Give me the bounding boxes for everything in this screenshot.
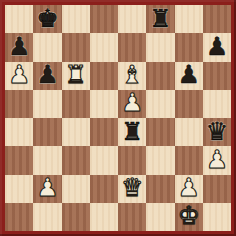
- piece-black-rook[interactable]: ♜: [121, 119, 143, 144]
- square-g6[interactable]: ♟: [175, 62, 203, 90]
- piece-white-pawn[interactable]: ♟: [36, 175, 58, 200]
- square-d3[interactable]: [90, 146, 118, 174]
- square-b3[interactable]: [33, 146, 61, 174]
- square-f6[interactable]: [146, 62, 174, 90]
- square-c4[interactable]: [62, 118, 90, 146]
- square-e6[interactable]: ♝: [118, 62, 146, 90]
- square-a8[interactable]: [5, 5, 33, 33]
- square-a6[interactable]: ♟: [5, 62, 33, 90]
- chess-board-frame: ♚♜♟♟♟♟♜♝♟♟♜♛♟♟♛♟♚: [0, 0, 236, 236]
- square-h3[interactable]: ♟: [203, 146, 231, 174]
- piece-white-king[interactable]: ♚: [177, 203, 199, 228]
- square-b5[interactable]: [33, 90, 61, 118]
- piece-black-rook[interactable]: ♜: [149, 6, 171, 31]
- square-a1[interactable]: [5, 203, 33, 231]
- square-b1[interactable]: [33, 203, 61, 231]
- square-g1[interactable]: ♚: [175, 203, 203, 231]
- piece-black-pawn[interactable]: ♟: [206, 34, 228, 59]
- square-c7[interactable]: [62, 33, 90, 61]
- square-d8[interactable]: [90, 5, 118, 33]
- square-h2[interactable]: [203, 175, 231, 203]
- piece-black-pawn[interactable]: ♟: [36, 62, 58, 87]
- square-b8[interactable]: ♚: [33, 5, 61, 33]
- piece-black-king[interactable]: ♚: [36, 6, 58, 31]
- square-h8[interactable]: [203, 5, 231, 33]
- square-d1[interactable]: [90, 203, 118, 231]
- piece-white-bishop[interactable]: ♝: [121, 62, 143, 87]
- square-e8[interactable]: [118, 5, 146, 33]
- square-f7[interactable]: [146, 33, 174, 61]
- piece-white-pawn[interactable]: ♟: [121, 90, 143, 115]
- square-g8[interactable]: [175, 5, 203, 33]
- square-h6[interactable]: [203, 62, 231, 90]
- square-b7[interactable]: [33, 33, 61, 61]
- square-f5[interactable]: [146, 90, 174, 118]
- square-e5[interactable]: ♟: [118, 90, 146, 118]
- square-a4[interactable]: [5, 118, 33, 146]
- square-c3[interactable]: [62, 146, 90, 174]
- square-a3[interactable]: [5, 146, 33, 174]
- square-c8[interactable]: [62, 5, 90, 33]
- square-a5[interactable]: [5, 90, 33, 118]
- square-g3[interactable]: [175, 146, 203, 174]
- piece-white-rook[interactable]: ♜: [64, 62, 86, 87]
- piece-black-pawn[interactable]: ♟: [8, 34, 30, 59]
- square-e4[interactable]: ♜: [118, 118, 146, 146]
- square-h4[interactable]: ♛: [203, 118, 231, 146]
- square-e3[interactable]: [118, 146, 146, 174]
- piece-white-pawn[interactable]: ♟: [206, 147, 228, 172]
- square-d6[interactable]: [90, 62, 118, 90]
- square-c6[interactable]: ♜: [62, 62, 90, 90]
- square-g7[interactable]: [175, 33, 203, 61]
- square-f4[interactable]: [146, 118, 174, 146]
- square-c2[interactable]: [62, 175, 90, 203]
- square-b6[interactable]: ♟: [33, 62, 61, 90]
- piece-white-queen[interactable]: ♛: [121, 175, 143, 200]
- square-c1[interactable]: [62, 203, 90, 231]
- square-g2[interactable]: ♟: [175, 175, 203, 203]
- square-f1[interactable]: [146, 203, 174, 231]
- square-a2[interactable]: [5, 175, 33, 203]
- square-f3[interactable]: [146, 146, 174, 174]
- square-d2[interactable]: [90, 175, 118, 203]
- square-c5[interactable]: [62, 90, 90, 118]
- square-d5[interactable]: [90, 90, 118, 118]
- square-g4[interactable]: [175, 118, 203, 146]
- square-f2[interactable]: [146, 175, 174, 203]
- square-h1[interactable]: [203, 203, 231, 231]
- piece-black-queen[interactable]: ♛: [206, 119, 228, 144]
- square-a7[interactable]: ♟: [5, 33, 33, 61]
- chess-board: ♚♜♟♟♟♟♜♝♟♟♜♛♟♟♛♟♚: [5, 5, 231, 231]
- square-b2[interactable]: ♟: [33, 175, 61, 203]
- piece-white-pawn[interactable]: ♟: [177, 175, 199, 200]
- square-h5[interactable]: [203, 90, 231, 118]
- square-e7[interactable]: [118, 33, 146, 61]
- piece-black-pawn[interactable]: ♟: [177, 62, 199, 87]
- square-e1[interactable]: [118, 203, 146, 231]
- square-h7[interactable]: ♟: [203, 33, 231, 61]
- square-d7[interactable]: [90, 33, 118, 61]
- square-b4[interactable]: [33, 118, 61, 146]
- square-d4[interactable]: [90, 118, 118, 146]
- square-f8[interactable]: ♜: [146, 5, 174, 33]
- square-g5[interactable]: [175, 90, 203, 118]
- piece-white-pawn[interactable]: ♟: [8, 62, 30, 87]
- square-e2[interactable]: ♛: [118, 175, 146, 203]
